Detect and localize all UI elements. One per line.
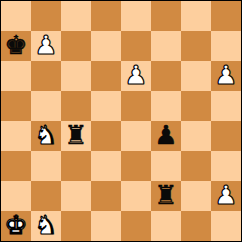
square-a5[interactable] — [1, 91, 31, 121]
square-e6[interactable]: ♟ — [121, 61, 151, 91]
square-c4[interactable]: ♜ — [61, 121, 91, 151]
square-d1[interactable] — [91, 211, 121, 241]
square-b2[interactable] — [31, 181, 61, 211]
square-e5[interactable] — [121, 91, 151, 121]
piece-black-king[interactable]: ♚ — [4, 31, 27, 60]
square-h8[interactable] — [211, 1, 241, 31]
square-c5[interactable] — [61, 91, 91, 121]
square-d7[interactable] — [91, 31, 121, 61]
square-d4[interactable] — [91, 121, 121, 151]
piece-black-pawn[interactable]: ♟ — [154, 121, 177, 150]
square-c7[interactable] — [61, 31, 91, 61]
square-g7[interactable] — [181, 31, 211, 61]
square-a2[interactable] — [1, 181, 31, 211]
chess-board: ♚♟♟♟♞♜♟♜♟♚♞ — [1, 1, 241, 241]
square-h4[interactable] — [211, 121, 241, 151]
square-b8[interactable] — [31, 1, 61, 31]
square-a6[interactable] — [1, 61, 31, 91]
square-f1[interactable] — [151, 211, 181, 241]
square-c2[interactable] — [61, 181, 91, 211]
square-f8[interactable] — [151, 1, 181, 31]
square-h3[interactable] — [211, 151, 241, 181]
piece-white-knight[interactable]: ♞ — [34, 121, 57, 150]
square-b3[interactable] — [31, 151, 61, 181]
square-c8[interactable] — [61, 1, 91, 31]
square-a3[interactable] — [1, 151, 31, 181]
square-a8[interactable] — [1, 1, 31, 31]
square-d6[interactable] — [91, 61, 121, 91]
square-h6[interactable]: ♟ — [211, 61, 241, 91]
piece-white-knight[interactable]: ♞ — [34, 211, 57, 240]
piece-white-pawn[interactable]: ♟ — [214, 61, 237, 90]
square-a4[interactable] — [1, 121, 31, 151]
square-d8[interactable] — [91, 1, 121, 31]
piece-black-rook[interactable]: ♜ — [154, 181, 177, 210]
square-g1[interactable] — [181, 211, 211, 241]
piece-white-pawn[interactable]: ♟ — [34, 31, 57, 60]
square-e3[interactable] — [121, 151, 151, 181]
square-a7[interactable]: ♚ — [1, 31, 31, 61]
square-c1[interactable] — [61, 211, 91, 241]
square-g5[interactable] — [181, 91, 211, 121]
square-b5[interactable] — [31, 91, 61, 121]
square-b7[interactable]: ♟ — [31, 31, 61, 61]
square-b1[interactable]: ♞ — [31, 211, 61, 241]
square-b4[interactable]: ♞ — [31, 121, 61, 151]
square-f6[interactable] — [151, 61, 181, 91]
chess-board-frame: ♚♟♟♟♞♜♟♜♟♚♞ — [0, 0, 242, 242]
square-f4[interactable]: ♟ — [151, 121, 181, 151]
square-a1[interactable]: ♚ — [1, 211, 31, 241]
square-f7[interactable] — [151, 31, 181, 61]
piece-white-pawn[interactable]: ♟ — [214, 181, 237, 210]
square-g8[interactable] — [181, 1, 211, 31]
square-f5[interactable] — [151, 91, 181, 121]
square-g3[interactable] — [181, 151, 211, 181]
square-g4[interactable] — [181, 121, 211, 151]
square-g2[interactable] — [181, 181, 211, 211]
square-e8[interactable] — [121, 1, 151, 31]
square-d2[interactable] — [91, 181, 121, 211]
square-e7[interactable] — [121, 31, 151, 61]
square-f2[interactable]: ♜ — [151, 181, 181, 211]
piece-white-pawn[interactable]: ♟ — [124, 61, 147, 90]
square-c3[interactable] — [61, 151, 91, 181]
square-e2[interactable] — [121, 181, 151, 211]
square-h1[interactable] — [211, 211, 241, 241]
square-e1[interactable] — [121, 211, 151, 241]
piece-white-king[interactable]: ♚ — [4, 211, 27, 240]
square-h2[interactable]: ♟ — [211, 181, 241, 211]
piece-black-rook[interactable]: ♜ — [64, 121, 87, 150]
square-h5[interactable] — [211, 91, 241, 121]
square-g6[interactable] — [181, 61, 211, 91]
square-d3[interactable] — [91, 151, 121, 181]
square-c6[interactable] — [61, 61, 91, 91]
square-e4[interactable] — [121, 121, 151, 151]
square-b6[interactable] — [31, 61, 61, 91]
square-d5[interactable] — [91, 91, 121, 121]
square-f3[interactable] — [151, 151, 181, 181]
square-h7[interactable] — [211, 31, 241, 61]
